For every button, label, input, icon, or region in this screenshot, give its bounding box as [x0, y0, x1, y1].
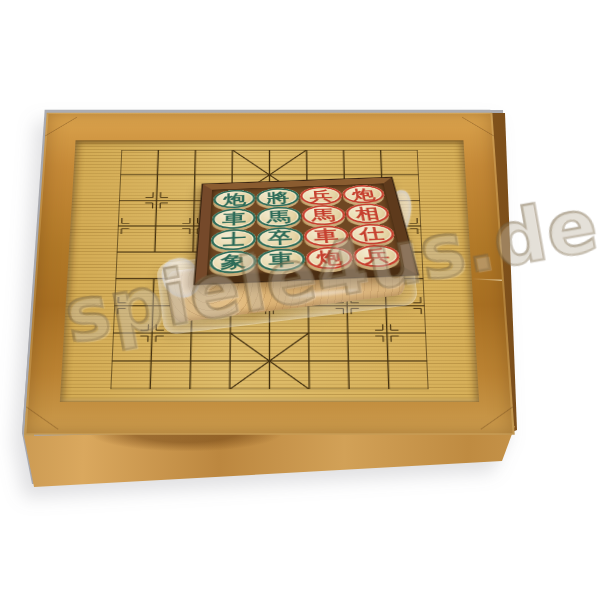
- xiangqi-piece: 炮: [341, 185, 386, 204]
- piece-character: 兵: [309, 189, 333, 203]
- piece-character: 炮: [315, 249, 342, 266]
- xiangqi-piece: 馬: [301, 205, 347, 226]
- piece-character: 車: [313, 228, 339, 244]
- xiangqi-piece: 炮: [305, 246, 354, 270]
- piece-character: 炮: [351, 187, 376, 201]
- xiangqi-piece: 卒: [257, 226, 303, 249]
- piece-box-frame: 炮將兵炮車馬馬相士卒車仕象車炮兵: [195, 178, 417, 284]
- xiangqi-piece: 車: [258, 248, 306, 272]
- frame-mitre-joint: [462, 113, 494, 141]
- xiangqi-piece: 車: [212, 208, 257, 229]
- piece-character: 馬: [267, 209, 291, 224]
- piece-character: 相: [354, 206, 380, 221]
- xiangqi-piece: 士: [210, 228, 256, 251]
- piece-character: 象: [220, 253, 246, 271]
- frame-seam: [472, 278, 502, 281]
- xiangqi-piece: 象: [209, 250, 257, 275]
- piece-character: 車: [268, 251, 294, 268]
- xiangqi-piece: 兵: [299, 186, 343, 206]
- xiangqi-piece: 仕: [348, 223, 397, 245]
- piece-character: 兵: [362, 247, 390, 264]
- piece-character: 炮: [223, 192, 246, 206]
- xiangqi-piece: 炮: [213, 189, 256, 209]
- xiangqi-piece: 兵: [351, 244, 402, 268]
- photo-canvas: 炮將兵炮車馬馬相士卒車仕象車炮兵 spiele4us.de: [0, 0, 600, 600]
- piece-character: 車: [222, 211, 246, 226]
- frame-mitre-joint: [24, 402, 60, 435]
- piece-character: 馬: [311, 208, 336, 223]
- piece-grid: 炮將兵炮車馬馬相士卒車仕象車炮兵: [208, 184, 403, 275]
- xiangqi-piece: 馬: [257, 206, 302, 227]
- piece-character: 將: [266, 190, 290, 204]
- xiangqi-piece: 車: [303, 225, 351, 248]
- frame-mitre-joint: [45, 113, 77, 141]
- piece-character: 卒: [267, 229, 292, 245]
- piece-character: 仕: [358, 226, 385, 242]
- piece-character: 士: [221, 231, 246, 247]
- piece-box: 炮將兵炮車馬馬相士卒車仕象車炮兵: [195, 178, 417, 284]
- xiangqi-piece: 相: [344, 203, 391, 224]
- xiangqi-piece: 將: [256, 188, 299, 208]
- frame-mitre-joint: [479, 402, 515, 435]
